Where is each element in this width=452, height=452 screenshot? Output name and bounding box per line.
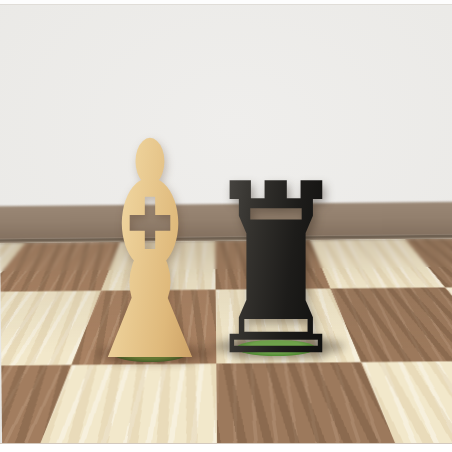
black-rook-glyph: ♜ <box>202 153 349 388</box>
photo: ♝ ♜ <box>0 0 452 452</box>
bottom-strip <box>0 443 452 452</box>
black-rook: ♜ <box>196 102 356 352</box>
wall-top-strip <box>0 0 452 5</box>
